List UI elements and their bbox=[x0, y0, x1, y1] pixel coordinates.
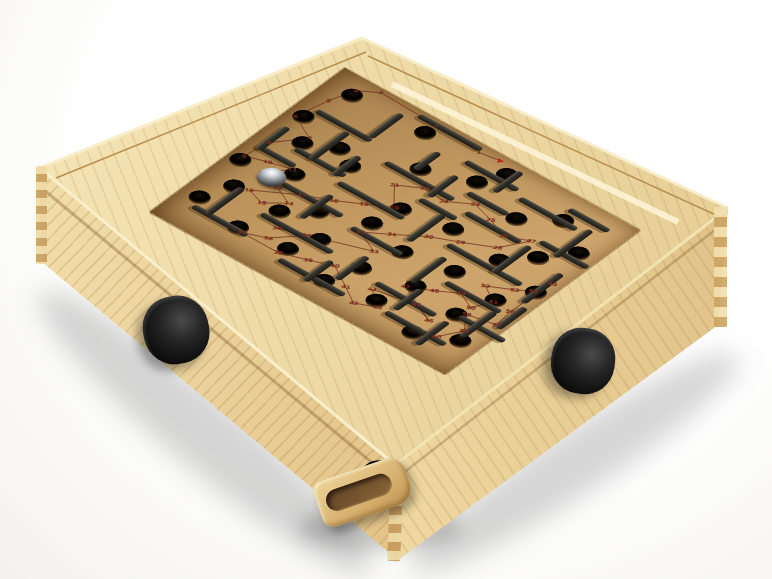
maze-number: 17 bbox=[296, 192, 307, 198]
maze-number: 22 bbox=[419, 185, 430, 191]
maze-number: 54 bbox=[528, 288, 539, 294]
maze-number: 16 bbox=[244, 187, 255, 193]
maze-number: 57 bbox=[491, 322, 502, 328]
start-arrow bbox=[497, 158, 505, 163]
maze-number: 23 bbox=[438, 198, 449, 204]
finger-joints-left-corner bbox=[36, 166, 47, 264]
maze-number: 15 bbox=[256, 200, 267, 206]
scene: 1234567891011121314151617181920212223242… bbox=[0, 0, 772, 579]
maze-number: 36 bbox=[263, 235, 274, 241]
maze-number: 46 bbox=[423, 317, 434, 323]
maze-number: 48 bbox=[429, 288, 440, 294]
maze-number: 24 bbox=[470, 201, 481, 207]
maze-number: 37 bbox=[236, 229, 247, 235]
maze-number: 56 bbox=[505, 308, 516, 314]
maze-number: 19 bbox=[358, 201, 369, 207]
finger-joints-right-corner bbox=[714, 207, 727, 327]
maze-number: 21 bbox=[389, 182, 400, 188]
maze-number: 29 bbox=[455, 239, 466, 245]
maze-number: 59 bbox=[459, 328, 470, 334]
maze-number: 52 bbox=[480, 283, 491, 289]
maze-number: 26 bbox=[498, 233, 509, 239]
maze-number: 53 bbox=[509, 287, 520, 293]
maze-number: 25 bbox=[485, 217, 496, 223]
maze-number: 30 bbox=[423, 233, 434, 239]
maze-number: 44 bbox=[367, 286, 378, 292]
maze-number: 20 bbox=[389, 204, 400, 210]
maze-number: 49 bbox=[455, 290, 466, 296]
maze-number: 28 bbox=[492, 245, 503, 251]
maze-number: 40 bbox=[329, 263, 340, 269]
maze-number: 32 bbox=[355, 229, 366, 235]
maze-number: 39 bbox=[303, 257, 314, 263]
maze-number: 11 bbox=[287, 166, 298, 172]
maze-number: 14 bbox=[283, 200, 294, 206]
maze-number: 33 bbox=[369, 248, 380, 254]
ball-catch-slot bbox=[323, 471, 394, 514]
maze-number: 38 bbox=[273, 250, 284, 256]
maze-number: 18 bbox=[328, 197, 339, 203]
maze-number: 47 bbox=[400, 284, 411, 290]
maze-number: 51 bbox=[488, 299, 499, 305]
maze-number: 58 bbox=[461, 311, 472, 317]
maze-number: 27 bbox=[526, 238, 537, 244]
maze-number: 60 bbox=[431, 334, 442, 340]
maze-number: 50 bbox=[465, 305, 476, 311]
maze-number: 10 bbox=[262, 159, 273, 165]
maze-number: 55 bbox=[547, 281, 558, 287]
maze-number: 34 bbox=[272, 225, 283, 231]
maze-number: 35 bbox=[301, 232, 312, 238]
maze-number: 45 bbox=[411, 301, 422, 307]
maze-number: 31 bbox=[387, 231, 398, 237]
maze-number: 42 bbox=[348, 300, 359, 306]
maze-number: 43 bbox=[372, 304, 383, 310]
maze-number: 41 bbox=[340, 284, 351, 290]
